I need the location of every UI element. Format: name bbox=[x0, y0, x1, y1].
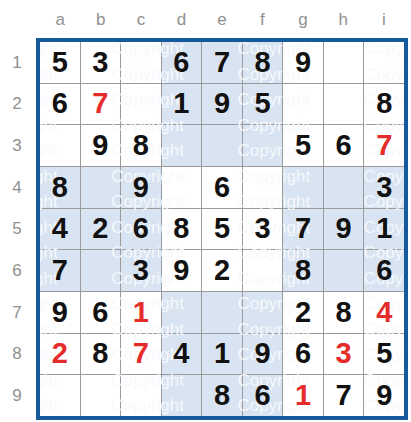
cell-g6[interactable]: 8 bbox=[283, 250, 323, 291]
digit-b3: 9 bbox=[92, 131, 108, 160]
digit-a2: 6 bbox=[52, 89, 68, 118]
cell-a4[interactable]: 8 bbox=[40, 167, 80, 208]
digit-g3: 5 bbox=[295, 131, 311, 160]
digit-i4: 3 bbox=[376, 173, 392, 202]
column-labels: abcdefghi bbox=[40, 6, 404, 34]
cell-d9[interactable] bbox=[162, 375, 202, 416]
digit-a5: 4 bbox=[52, 214, 68, 243]
col-label-d: d bbox=[161, 6, 201, 34]
cell-d8[interactable]: 4 bbox=[162, 334, 202, 375]
cell-a7[interactable]: 9 bbox=[40, 292, 80, 333]
digit-b8: 8 bbox=[92, 339, 108, 368]
digit-g8: 6 bbox=[295, 339, 311, 368]
col-label-e: e bbox=[202, 6, 242, 34]
cell-c1[interactable] bbox=[121, 42, 161, 83]
cell-d1[interactable]: 6 bbox=[162, 42, 202, 83]
digit-h7: 8 bbox=[336, 298, 352, 327]
row-label-7: 7 bbox=[0, 292, 34, 334]
cell-h2[interactable] bbox=[324, 84, 364, 125]
cell-e9[interactable]: 8 bbox=[202, 375, 242, 416]
cell-f7[interactable] bbox=[243, 292, 283, 333]
digit-e9: 8 bbox=[214, 381, 230, 410]
cell-h7[interactable]: 8 bbox=[324, 292, 364, 333]
cell-i4[interactable]: 3 bbox=[364, 167, 404, 208]
cell-b5[interactable]: 2 bbox=[81, 209, 121, 250]
cell-b3[interactable]: 9 bbox=[81, 125, 121, 166]
cell-g7[interactable]: 2 bbox=[283, 292, 323, 333]
cell-e7[interactable] bbox=[202, 292, 242, 333]
cell-b9[interactable] bbox=[81, 375, 121, 416]
digit-f5: 3 bbox=[254, 214, 270, 243]
digit-i3: 7 bbox=[376, 131, 392, 160]
cell-h1[interactable] bbox=[324, 42, 364, 83]
digit-a6: 7 bbox=[52, 256, 68, 285]
digit-b5: 2 bbox=[92, 214, 108, 243]
digit-i6: 6 bbox=[376, 256, 392, 285]
digit-e6: 2 bbox=[214, 256, 230, 285]
digit-h9: 7 bbox=[336, 381, 352, 410]
row-label-5: 5 bbox=[0, 209, 34, 251]
cell-g9[interactable]: 1 bbox=[283, 375, 323, 416]
cell-a3[interactable] bbox=[40, 125, 80, 166]
cell-i6[interactable]: 6 bbox=[364, 250, 404, 291]
col-label-c: c bbox=[121, 6, 161, 34]
digit-h8: 3 bbox=[336, 339, 352, 368]
row-label-8: 8 bbox=[0, 334, 34, 376]
cell-g2[interactable] bbox=[283, 84, 323, 125]
cell-i1[interactable] bbox=[364, 42, 404, 83]
digit-c6: 3 bbox=[133, 256, 149, 285]
cell-c6[interactable]: 3 bbox=[121, 250, 161, 291]
cell-c7[interactable]: 1 bbox=[121, 292, 161, 333]
cell-d3[interactable] bbox=[162, 125, 202, 166]
sudoku-board: abcdefghi 123456789 Copyright Copyright … bbox=[0, 0, 411, 422]
digit-c3: 8 bbox=[133, 131, 149, 160]
cell-h4[interactable] bbox=[324, 167, 364, 208]
cell-a5[interactable]: 4 bbox=[40, 209, 80, 250]
digit-c4: 9 bbox=[133, 173, 149, 202]
digit-f2: 5 bbox=[254, 89, 270, 118]
cell-i7[interactable]: 4 bbox=[364, 292, 404, 333]
cell-b7[interactable]: 6 bbox=[81, 292, 121, 333]
digit-c5: 6 bbox=[133, 214, 149, 243]
cell-d4[interactable] bbox=[162, 167, 202, 208]
row-label-1: 1 bbox=[0, 42, 34, 84]
row-label-4: 4 bbox=[0, 167, 34, 209]
digit-a7: 9 bbox=[52, 298, 68, 327]
digit-e5: 5 bbox=[214, 214, 230, 243]
digit-i2: 8 bbox=[376, 89, 392, 118]
cell-e6[interactable]: 2 bbox=[202, 250, 242, 291]
digit-e2: 9 bbox=[214, 89, 230, 118]
digit-c8: 7 bbox=[133, 339, 149, 368]
cell-a1[interactable]: 5 bbox=[40, 42, 80, 83]
cell-h5[interactable]: 9 bbox=[324, 209, 364, 250]
cell-c4[interactable]: 9 bbox=[121, 167, 161, 208]
digit-b7: 6 bbox=[92, 298, 108, 327]
cell-i2[interactable]: 8 bbox=[364, 84, 404, 125]
cell-g5[interactable]: 7 bbox=[283, 209, 323, 250]
digit-d6: 9 bbox=[173, 256, 189, 285]
cell-h9[interactable]: 7 bbox=[324, 375, 364, 416]
cell-f4[interactable] bbox=[243, 167, 283, 208]
cell-c5[interactable]: 6 bbox=[121, 209, 161, 250]
cell-d2[interactable]: 1 bbox=[162, 84, 202, 125]
row-label-3: 3 bbox=[0, 125, 34, 167]
cell-b8[interactable]: 8 bbox=[81, 334, 121, 375]
digit-b2: 7 bbox=[92, 89, 108, 118]
digit-i7: 4 bbox=[376, 298, 392, 327]
cell-b6[interactable] bbox=[81, 250, 121, 291]
cell-c2[interactable] bbox=[121, 84, 161, 125]
digit-d8: 4 bbox=[173, 339, 189, 368]
cell-f5[interactable]: 3 bbox=[243, 209, 283, 250]
digit-i8: 5 bbox=[376, 339, 392, 368]
cell-e1[interactable]: 7 bbox=[202, 42, 242, 83]
cell-a9[interactable] bbox=[40, 375, 80, 416]
digit-e1: 7 bbox=[214, 48, 230, 77]
digit-a8: 2 bbox=[52, 339, 68, 368]
digit-g5: 7 bbox=[295, 214, 311, 243]
cell-i5[interactable]: 1 bbox=[364, 209, 404, 250]
cell-e8[interactable]: 1 bbox=[202, 334, 242, 375]
digit-d5: 8 bbox=[173, 214, 189, 243]
digit-e8: 1 bbox=[214, 339, 230, 368]
digit-a4: 8 bbox=[52, 173, 68, 202]
cell-h3[interactable]: 6 bbox=[324, 125, 364, 166]
col-label-f: f bbox=[242, 6, 282, 34]
digit-h3: 6 bbox=[336, 131, 352, 160]
cell-d7[interactable] bbox=[162, 292, 202, 333]
cell-i8[interactable]: 5 bbox=[364, 334, 404, 375]
row-label-2: 2 bbox=[0, 84, 34, 126]
col-label-i: i bbox=[364, 6, 404, 34]
cell-b4[interactable] bbox=[81, 167, 121, 208]
digit-d1: 6 bbox=[173, 48, 189, 77]
cell-d6[interactable]: 9 bbox=[162, 250, 202, 291]
digit-f8: 9 bbox=[254, 339, 270, 368]
cell-c9[interactable] bbox=[121, 375, 161, 416]
digit-g7: 2 bbox=[295, 298, 311, 327]
cell-f8[interactable]: 9 bbox=[243, 334, 283, 375]
cell-f1[interactable]: 8 bbox=[243, 42, 283, 83]
digit-c7: 1 bbox=[133, 298, 149, 327]
cell-d5[interactable]: 8 bbox=[162, 209, 202, 250]
cell-c3[interactable]: 8 bbox=[121, 125, 161, 166]
digit-g9: 1 bbox=[295, 381, 311, 410]
cell-b1[interactable]: 3 bbox=[81, 42, 121, 83]
cell-a2[interactable]: 6 bbox=[40, 84, 80, 125]
digit-a1: 5 bbox=[52, 48, 68, 77]
col-label-h: h bbox=[323, 6, 363, 34]
digit-g6: 8 bbox=[295, 256, 311, 285]
sudoku-grid: 5367896719589856789634268537917392869612… bbox=[36, 38, 408, 420]
col-label-g: g bbox=[283, 6, 323, 34]
cell-c8[interactable]: 7 bbox=[121, 334, 161, 375]
cell-a8[interactable]: 2 bbox=[40, 334, 80, 375]
cell-e3[interactable] bbox=[202, 125, 242, 166]
cell-f9[interactable]: 6 bbox=[243, 375, 283, 416]
cell-b2[interactable]: 7 bbox=[81, 84, 121, 125]
row-label-9: 9 bbox=[0, 375, 34, 417]
digit-f1: 8 bbox=[254, 48, 270, 77]
cell-i9[interactable]: 9 bbox=[364, 375, 404, 416]
cell-g8[interactable]: 6 bbox=[283, 334, 323, 375]
row-label-6: 6 bbox=[0, 250, 34, 292]
cell-e4[interactable]: 6 bbox=[202, 167, 242, 208]
digit-b1: 3 bbox=[92, 48, 108, 77]
col-label-a: a bbox=[40, 6, 80, 34]
cell-h8[interactable]: 3 bbox=[324, 334, 364, 375]
digit-f9: 6 bbox=[254, 381, 270, 410]
cell-g1[interactable]: 9 bbox=[283, 42, 323, 83]
cell-g4[interactable] bbox=[283, 167, 323, 208]
digit-d2: 1 bbox=[173, 89, 189, 118]
cell-i3[interactable]: 7 bbox=[364, 125, 404, 166]
digit-g1: 9 bbox=[295, 48, 311, 77]
cell-e5[interactable]: 5 bbox=[202, 209, 242, 250]
cell-a6[interactable]: 7 bbox=[40, 250, 80, 291]
digit-i9: 9 bbox=[376, 381, 392, 410]
cell-f3[interactable] bbox=[243, 125, 283, 166]
row-labels: 123456789 bbox=[0, 42, 34, 417]
cell-f6[interactable] bbox=[243, 250, 283, 291]
col-label-b: b bbox=[80, 6, 120, 34]
cell-f2[interactable]: 5 bbox=[243, 84, 283, 125]
digit-e4: 6 bbox=[214, 173, 230, 202]
digit-i5: 1 bbox=[376, 214, 392, 243]
cell-h6[interactable] bbox=[324, 250, 364, 291]
digit-h5: 9 bbox=[336, 214, 352, 243]
cell-g3[interactable]: 5 bbox=[283, 125, 323, 166]
cell-e2[interactable]: 9 bbox=[202, 84, 242, 125]
